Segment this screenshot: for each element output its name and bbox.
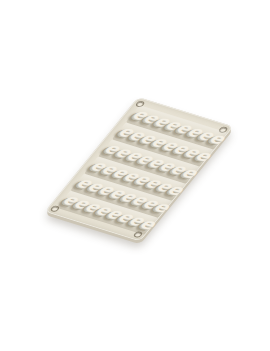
product-photo: eeeeeeeeeeeeeeeeeeeeeeeeeeeeeeeeeeeeeeee… <box>0 0 270 351</box>
cavity-grid: eeeeeeeeeeeeeeeeeeeeeeeeeeeeeeeeeeeeeeee… <box>56 105 221 233</box>
silicone-mold: eeeeeeeeeeeeeeeeeeeeeeeeeeeeeeeeeeeeeeee… <box>45 97 234 241</box>
